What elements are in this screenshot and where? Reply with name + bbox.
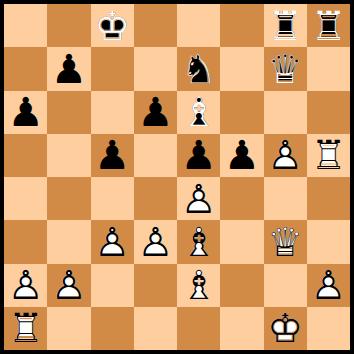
black-rook-fill: ♜: [264, 4, 307, 47]
black-pawn[interactable]: ♟: [220, 134, 263, 177]
square-g5[interactable]: ♟♙: [264, 134, 307, 177]
square-f6[interactable]: [220, 91, 263, 134]
square-h8[interactable]: ♜♖: [307, 4, 350, 47]
black-bishop-detail: ♗: [177, 91, 220, 134]
square-b7[interactable]: ♟: [47, 47, 90, 90]
white-pawn-detail: ♙: [91, 220, 134, 263]
white-pawn-detail: ♙: [307, 264, 350, 307]
square-d1[interactable]: [134, 307, 177, 350]
black-rook-detail: ♖: [307, 4, 350, 47]
black-king-fill: ♚: [91, 4, 134, 47]
square-d2[interactable]: [134, 264, 177, 307]
white-bishop-detail: ♗: [177, 220, 220, 263]
white-pawn-detail: ♙: [264, 134, 307, 177]
white-rook[interactable]: ♜♖: [4, 307, 47, 350]
black-bishop[interactable]: ♝♗: [177, 91, 220, 134]
black-rook-detail: ♖: [264, 4, 307, 47]
square-c3[interactable]: ♟♙: [91, 220, 134, 263]
black-queen-fill: ♛: [264, 47, 307, 90]
square-f4[interactable]: [220, 177, 263, 220]
square-e5[interactable]: ♟: [177, 134, 220, 177]
square-d8[interactable]: [134, 4, 177, 47]
white-pawn-fill: ♟: [264, 134, 307, 177]
black-pawn[interactable]: ♟: [134, 91, 177, 134]
black-pawn-fill: ♟: [91, 134, 134, 177]
square-a1[interactable]: ♜♖: [4, 307, 47, 350]
white-pawn[interactable]: ♟♙: [134, 220, 177, 263]
black-rook[interactable]: ♜♖: [307, 4, 350, 47]
white-pawn-detail: ♙: [4, 264, 47, 307]
black-pawn[interactable]: ♟: [4, 91, 47, 134]
white-bishop-detail: ♗: [177, 264, 220, 307]
white-king[interactable]: ♚♔: [264, 307, 307, 350]
square-g3[interactable]: ♛♕: [264, 220, 307, 263]
square-h2[interactable]: ♟♙: [307, 264, 350, 307]
black-rook[interactable]: ♜♖: [264, 4, 307, 47]
square-g7[interactable]: ♛♕: [264, 47, 307, 90]
square-a4[interactable]: [4, 177, 47, 220]
square-d6[interactable]: ♟: [134, 91, 177, 134]
square-e2[interactable]: ♝♗: [177, 264, 220, 307]
square-f7[interactable]: [220, 47, 263, 90]
white-pawn-fill: ♟: [4, 264, 47, 307]
square-e8[interactable]: [177, 4, 220, 47]
square-c8[interactable]: ♚♔: [91, 4, 134, 47]
square-f2[interactable]: [220, 264, 263, 307]
square-f8[interactable]: [220, 4, 263, 47]
white-rook-fill: ♜: [307, 134, 350, 177]
square-e3[interactable]: ♝♗: [177, 220, 220, 263]
black-pawn[interactable]: ♟: [47, 47, 90, 90]
square-g8[interactable]: ♜♖: [264, 4, 307, 47]
square-b8[interactable]: [47, 4, 90, 47]
square-e1[interactable]: [177, 307, 220, 350]
white-pawn-fill: ♟: [47, 264, 90, 307]
black-queen[interactable]: ♛♕: [264, 47, 307, 90]
white-bishop[interactable]: ♝♗: [177, 220, 220, 263]
white-pawn-detail: ♙: [177, 177, 220, 220]
white-pawn[interactable]: ♟♙: [4, 264, 47, 307]
white-bishop-fill: ♝: [177, 264, 220, 307]
square-a5[interactable]: [4, 134, 47, 177]
square-b1[interactable]: [47, 307, 90, 350]
square-a7[interactable]: [4, 47, 47, 90]
square-e6[interactable]: ♝♗: [177, 91, 220, 134]
white-pawn-fill: ♟: [177, 177, 220, 220]
square-b4[interactable]: [47, 177, 90, 220]
chess-board: ♚♔♜♖♜♖♟♞♘♛♕♟♟♝♗♟♟♟♟♙♜♖♟♙♟♙♟♙♝♗♛♕♟♙♟♙♝♗♟♙…: [0, 0, 354, 354]
white-pawn[interactable]: ♟♙: [47, 264, 90, 307]
white-bishop[interactable]: ♝♗: [177, 264, 220, 307]
white-rook[interactable]: ♜♖: [307, 134, 350, 177]
white-queen-detail: ♕: [264, 220, 307, 263]
square-a8[interactable]: [4, 4, 47, 47]
square-b3[interactable]: [47, 220, 90, 263]
square-a2[interactable]: ♟♙: [4, 264, 47, 307]
square-c4[interactable]: [91, 177, 134, 220]
square-g6[interactable]: [264, 91, 307, 134]
square-f1[interactable]: [220, 307, 263, 350]
black-pawn-fill: ♟: [177, 134, 220, 177]
square-a3[interactable]: [4, 220, 47, 263]
square-g2[interactable]: [264, 264, 307, 307]
square-h6[interactable]: [307, 91, 350, 134]
square-h3[interactable]: [307, 220, 350, 263]
black-pawn-fill: ♟: [220, 134, 263, 177]
white-queen[interactable]: ♛♕: [264, 220, 307, 263]
white-pawn-detail: ♙: [134, 220, 177, 263]
white-rook-fill: ♜: [4, 307, 47, 350]
black-pawn[interactable]: ♟: [177, 134, 220, 177]
black-knight[interactable]: ♞♘: [177, 47, 220, 90]
black-pawn-fill: ♟: [47, 47, 90, 90]
black-rook-fill: ♜: [307, 4, 350, 47]
white-pawn-fill: ♟: [134, 220, 177, 263]
white-pawn-detail: ♙: [47, 264, 90, 307]
square-d4[interactable]: [134, 177, 177, 220]
white-pawn[interactable]: ♟♙: [91, 220, 134, 263]
square-a6[interactable]: ♟: [4, 91, 47, 134]
square-h1[interactable]: [307, 307, 350, 350]
square-h5[interactable]: ♜♖: [307, 134, 350, 177]
square-c5[interactable]: ♟: [91, 134, 134, 177]
square-f5[interactable]: ♟: [220, 134, 263, 177]
white-pawn[interactable]: ♟♙: [307, 264, 350, 307]
board-grid: ♚♔♜♖♜♖♟♞♘♛♕♟♟♝♗♟♟♟♟♙♜♖♟♙♟♙♟♙♝♗♛♕♟♙♟♙♝♗♟♙…: [4, 4, 350, 350]
white-queen-fill: ♛: [264, 220, 307, 263]
square-c2[interactable]: [91, 264, 134, 307]
white-pawn[interactable]: ♟♙: [264, 134, 307, 177]
white-pawn-fill: ♟: [307, 264, 350, 307]
square-g1[interactable]: ♚♔: [264, 307, 307, 350]
white-rook-detail: ♖: [4, 307, 47, 350]
black-knight-fill: ♞: [177, 47, 220, 90]
square-b5[interactable]: [47, 134, 90, 177]
black-pawn[interactable]: ♟: [91, 134, 134, 177]
square-c1[interactable]: [91, 307, 134, 350]
black-king-detail: ♔: [91, 4, 134, 47]
white-king-fill: ♚: [264, 307, 307, 350]
square-e7[interactable]: ♞♘: [177, 47, 220, 90]
white-king-detail: ♔: [264, 307, 307, 350]
black-bishop-fill: ♝: [177, 91, 220, 134]
black-queen-detail: ♕: [264, 47, 307, 90]
white-pawn[interactable]: ♟♙: [177, 177, 220, 220]
black-pawn-fill: ♟: [134, 91, 177, 134]
black-king[interactable]: ♚♔: [91, 4, 134, 47]
square-g4[interactable]: [264, 177, 307, 220]
square-e4[interactable]: ♟♙: [177, 177, 220, 220]
square-c6[interactable]: [91, 91, 134, 134]
white-rook-detail: ♖: [307, 134, 350, 177]
square-b6[interactable]: [47, 91, 90, 134]
square-d5[interactable]: [134, 134, 177, 177]
square-f3[interactable]: [220, 220, 263, 263]
square-h4[interactable]: [307, 177, 350, 220]
square-b2[interactable]: ♟♙: [47, 264, 90, 307]
white-pawn-fill: ♟: [91, 220, 134, 263]
square-h7[interactable]: [307, 47, 350, 90]
square-d7[interactable]: [134, 47, 177, 90]
black-pawn-fill: ♟: [4, 91, 47, 134]
white-bishop-fill: ♝: [177, 220, 220, 263]
black-knight-detail: ♘: [177, 47, 220, 90]
square-c7[interactable]: [91, 47, 134, 90]
square-d3[interactable]: ♟♙: [134, 220, 177, 263]
